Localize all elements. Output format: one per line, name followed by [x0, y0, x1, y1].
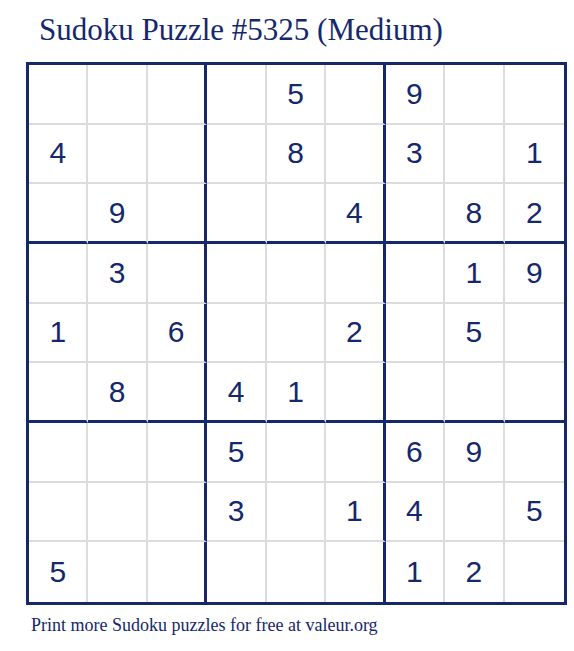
cell-r2c9: 1	[505, 125, 564, 185]
cell-r3c3	[148, 184, 207, 244]
cell-r8c6: 1	[326, 483, 385, 543]
cell-r5c7	[386, 304, 445, 364]
cell-r8c4: 3	[207, 483, 266, 543]
cell-r2c3	[148, 125, 207, 185]
cell-r7c5	[267, 423, 326, 483]
cell-r4c5	[267, 244, 326, 304]
cell-r6c1	[29, 363, 88, 423]
cell-r5c2	[88, 304, 147, 364]
cell-r5c6: 2	[326, 304, 385, 364]
cell-r2c6	[326, 125, 385, 185]
cell-r3c2: 9	[88, 184, 147, 244]
cell-r7c1	[29, 423, 88, 483]
cell-r4c4	[207, 244, 266, 304]
cell-r2c1: 4	[29, 125, 88, 185]
cell-r1c4	[207, 65, 266, 125]
cell-r4c1	[29, 244, 88, 304]
cell-r1c2	[88, 65, 147, 125]
cell-r7c7: 6	[386, 423, 445, 483]
cell-r2c8	[445, 125, 504, 185]
cell-r7c9	[505, 423, 564, 483]
cell-r6c9	[505, 363, 564, 423]
cell-r2c4	[207, 125, 266, 185]
cell-r5c1: 1	[29, 304, 88, 364]
cell-r9c8: 2	[445, 542, 504, 602]
cell-r1c6	[326, 65, 385, 125]
cell-r7c8: 9	[445, 423, 504, 483]
cell-r9c7: 1	[386, 542, 445, 602]
cell-r9c4	[207, 542, 266, 602]
cell-r7c2	[88, 423, 147, 483]
cell-r7c4: 5	[207, 423, 266, 483]
cell-r9c6	[326, 542, 385, 602]
cell-r4c9: 9	[505, 244, 564, 304]
cell-r5c5	[267, 304, 326, 364]
cell-r1c1	[29, 65, 88, 125]
cell-r9c2	[88, 542, 147, 602]
cell-r7c6	[326, 423, 385, 483]
cell-r6c5: 1	[267, 363, 326, 423]
cell-r1c9	[505, 65, 564, 125]
cell-r1c3	[148, 65, 207, 125]
cell-r2c5: 8	[267, 125, 326, 185]
cell-r7c3	[148, 423, 207, 483]
cell-r6c6	[326, 363, 385, 423]
cell-r1c7: 9	[386, 65, 445, 125]
cell-r2c2	[88, 125, 147, 185]
cell-r3c4	[207, 184, 266, 244]
cell-r3c6: 4	[326, 184, 385, 244]
cell-r3c5	[267, 184, 326, 244]
cell-r4c7	[386, 244, 445, 304]
cell-r5c3: 6	[148, 304, 207, 364]
cell-r8c7: 4	[386, 483, 445, 543]
cell-r4c3	[148, 244, 207, 304]
cell-r9c3	[148, 542, 207, 602]
cell-r5c4	[207, 304, 266, 364]
cell-r4c6	[326, 244, 385, 304]
cell-r1c8	[445, 65, 504, 125]
cell-r5c9	[505, 304, 564, 364]
sudoku-board: 594831948231916258415693145512	[26, 62, 567, 605]
cell-r5c8: 5	[445, 304, 504, 364]
cell-r1c5: 5	[267, 65, 326, 125]
cell-r9c1: 5	[29, 542, 88, 602]
cell-r2c7: 3	[386, 125, 445, 185]
cell-r3c9: 2	[505, 184, 564, 244]
cell-r4c2: 3	[88, 244, 147, 304]
footer-text: Print more Sudoku puzzles for free at va…	[31, 615, 378, 636]
cell-r6c3	[148, 363, 207, 423]
cell-r8c3	[148, 483, 207, 543]
page-title: Sudoku Puzzle #5325 (Medium)	[39, 12, 443, 48]
cell-r8c1	[29, 483, 88, 543]
cell-r3c7	[386, 184, 445, 244]
cell-r8c8	[445, 483, 504, 543]
cell-r3c1	[29, 184, 88, 244]
cell-r6c7	[386, 363, 445, 423]
cell-r8c9: 5	[505, 483, 564, 543]
cell-r9c9	[505, 542, 564, 602]
cell-r8c5	[267, 483, 326, 543]
cell-r8c2	[88, 483, 147, 543]
cell-r4c8: 1	[445, 244, 504, 304]
cell-r3c8: 8	[445, 184, 504, 244]
cell-r9c5	[267, 542, 326, 602]
cell-r6c8	[445, 363, 504, 423]
cell-r6c4: 4	[207, 363, 266, 423]
cell-r6c2: 8	[88, 363, 147, 423]
